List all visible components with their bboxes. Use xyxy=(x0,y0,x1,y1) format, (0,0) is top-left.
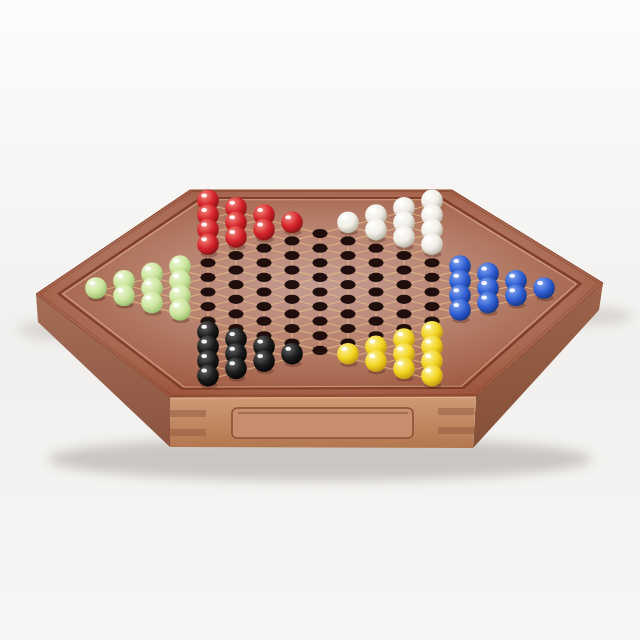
marble-glint xyxy=(257,208,263,212)
marble-glint xyxy=(397,332,403,336)
hole-8-0[interactable] xyxy=(312,229,327,238)
marble-glint xyxy=(397,215,403,219)
marble-glint xyxy=(257,339,263,343)
hole-9-7[interactable] xyxy=(340,324,355,333)
scene xyxy=(0,0,640,640)
marble-glint xyxy=(509,288,515,292)
marble-sphere xyxy=(449,299,471,321)
marble-glint xyxy=(481,266,487,270)
hole-9-6[interactable] xyxy=(340,309,355,318)
marble-glint xyxy=(145,296,151,300)
marble-glint xyxy=(425,223,431,227)
finger-joint xyxy=(170,410,206,417)
hole-8-2[interactable] xyxy=(312,258,327,267)
marble-glint xyxy=(117,288,123,292)
marble-sphere xyxy=(253,219,275,241)
marble-glint xyxy=(425,354,431,358)
marble-glint xyxy=(481,281,487,285)
hole-8-4[interactable] xyxy=(312,287,327,296)
marble-sphere xyxy=(365,219,387,241)
marble-sphere xyxy=(393,226,415,248)
hole-7-7[interactable] xyxy=(284,324,299,333)
hole-8-3[interactable] xyxy=(312,273,327,282)
marble-glint xyxy=(285,215,291,219)
hole-6-6[interactable] xyxy=(256,302,271,311)
marble-glint xyxy=(453,274,459,278)
marble-glint xyxy=(201,237,207,241)
hole-4-7[interactable] xyxy=(200,302,215,311)
marble-glint xyxy=(369,354,375,358)
hole-7-5[interactable] xyxy=(284,295,299,304)
marble-sphere xyxy=(337,343,359,365)
marble-glint xyxy=(425,237,431,241)
marble-glint xyxy=(397,347,403,351)
marble-glint xyxy=(201,339,207,343)
hole-12-4[interactable] xyxy=(424,258,439,267)
finger-joint xyxy=(438,408,474,415)
hole-9-3[interactable] xyxy=(340,266,355,275)
hole-12-6[interactable] xyxy=(424,287,439,296)
marble-sphere xyxy=(197,365,219,387)
hole-4-5[interactable] xyxy=(200,273,215,282)
marble-sphere xyxy=(141,292,163,314)
hole-8-5[interactable] xyxy=(312,302,327,311)
marble-glint xyxy=(397,230,403,234)
marble-glint xyxy=(341,347,347,351)
hole-10-7[interactable] xyxy=(368,317,383,326)
hole-7-3[interactable] xyxy=(284,266,299,275)
marble-glint xyxy=(89,281,95,285)
hole-7-4[interactable] xyxy=(284,280,299,289)
hole-11-6[interactable] xyxy=(396,295,411,304)
marble-glint xyxy=(481,296,487,300)
marble-glint xyxy=(201,325,207,329)
hole-9-2[interactable] xyxy=(340,251,355,260)
hole-5-3[interactable] xyxy=(228,251,243,260)
marble-glint xyxy=(453,303,459,307)
marble-glint xyxy=(229,201,235,205)
hole-12-5[interactable] xyxy=(424,273,439,282)
marble-glint xyxy=(201,354,207,358)
marble-glint xyxy=(229,361,235,365)
hole-8-8[interactable] xyxy=(312,346,327,355)
marble-sphere xyxy=(113,285,135,307)
marble-glint xyxy=(369,223,375,227)
marble-glint xyxy=(229,347,235,351)
hole-11-7[interactable] xyxy=(396,309,411,318)
marble-sphere xyxy=(281,343,303,365)
hole-4-4[interactable] xyxy=(200,258,215,267)
hole-10-3[interactable] xyxy=(368,258,383,267)
hole-10-4[interactable] xyxy=(368,273,383,282)
marble-glint xyxy=(229,332,235,336)
marble-glint xyxy=(453,288,459,292)
marble-sphere xyxy=(365,350,387,372)
marble-sphere xyxy=(253,350,275,372)
marble-glint xyxy=(537,281,543,285)
hole-9-4[interactable] xyxy=(340,280,355,289)
marble-sphere xyxy=(421,365,443,387)
hole-6-2[interactable] xyxy=(256,244,271,253)
hole-5-6[interactable] xyxy=(228,295,243,304)
marble-sphere xyxy=(505,285,527,307)
marble-glint xyxy=(397,361,403,365)
marble-glint xyxy=(369,208,375,212)
chinese-checkers-board xyxy=(0,0,640,640)
hole-10-6[interactable] xyxy=(368,302,383,311)
hole-5-7[interactable] xyxy=(228,309,243,318)
hole-11-5[interactable] xyxy=(396,280,411,289)
marble-sphere xyxy=(225,226,247,248)
marble-glint xyxy=(369,339,375,343)
hole-11-4[interactable] xyxy=(396,266,411,275)
marble-sphere xyxy=(393,358,415,380)
marble-glint xyxy=(173,288,179,292)
marble-glint xyxy=(201,369,207,373)
marble-glint xyxy=(229,230,235,234)
marble-sphere xyxy=(281,212,303,234)
marble-sphere xyxy=(225,358,247,380)
hole-12-7[interactable] xyxy=(424,302,439,311)
marble-glint xyxy=(173,259,179,263)
marble-glint xyxy=(173,303,179,307)
hole-6-5[interactable] xyxy=(256,287,271,296)
marble-sphere xyxy=(421,233,443,255)
marble-glint xyxy=(425,325,431,329)
marble-sphere xyxy=(197,233,219,255)
finger-joint xyxy=(170,429,206,436)
hole-6-4[interactable] xyxy=(256,273,271,282)
marble-glint xyxy=(285,347,291,351)
marble-glint xyxy=(341,215,347,219)
hole-10-2[interactable] xyxy=(368,244,383,253)
hole-4-6[interactable] xyxy=(200,287,215,296)
hole-11-3[interactable] xyxy=(396,251,411,260)
marble-glint xyxy=(257,223,263,227)
hole-5-4[interactable] xyxy=(228,266,243,275)
marble-glint xyxy=(257,354,263,358)
marble-glint xyxy=(425,369,431,373)
marble-glint xyxy=(201,208,207,212)
hole-9-1[interactable] xyxy=(340,236,355,245)
hole-6-7[interactable] xyxy=(256,317,271,326)
hole-9-5[interactable] xyxy=(340,295,355,304)
marble-glint xyxy=(425,208,431,212)
marble-glint xyxy=(201,223,207,227)
marble-glint xyxy=(509,274,515,278)
marble-glint xyxy=(117,274,123,278)
hole-7-2[interactable] xyxy=(284,251,299,260)
hole-6-3[interactable] xyxy=(256,258,271,267)
finger-joint xyxy=(438,427,474,434)
hole-5-5[interactable] xyxy=(228,280,243,289)
marble-glint xyxy=(397,201,403,205)
marble-glint xyxy=(425,339,431,343)
marble-glint xyxy=(229,215,235,219)
marble-sphere xyxy=(85,277,107,299)
hole-8-1[interactable] xyxy=(312,244,327,253)
marble-sphere xyxy=(533,277,555,299)
marble-glint xyxy=(173,274,179,278)
marble-glint xyxy=(453,259,459,263)
hole-7-6[interactable] xyxy=(284,309,299,318)
hole-8-7[interactable] xyxy=(312,331,327,340)
marble-sphere xyxy=(337,212,359,234)
marble-glint xyxy=(201,193,207,197)
marble-glint xyxy=(145,281,151,285)
hole-8-6[interactable] xyxy=(312,317,327,326)
marble-glint xyxy=(145,266,151,270)
marble-sphere xyxy=(477,292,499,314)
hole-10-5[interactable] xyxy=(368,287,383,296)
marble-sphere xyxy=(169,299,191,321)
hole-7-1[interactable] xyxy=(284,236,299,245)
marble-glint xyxy=(425,193,431,197)
